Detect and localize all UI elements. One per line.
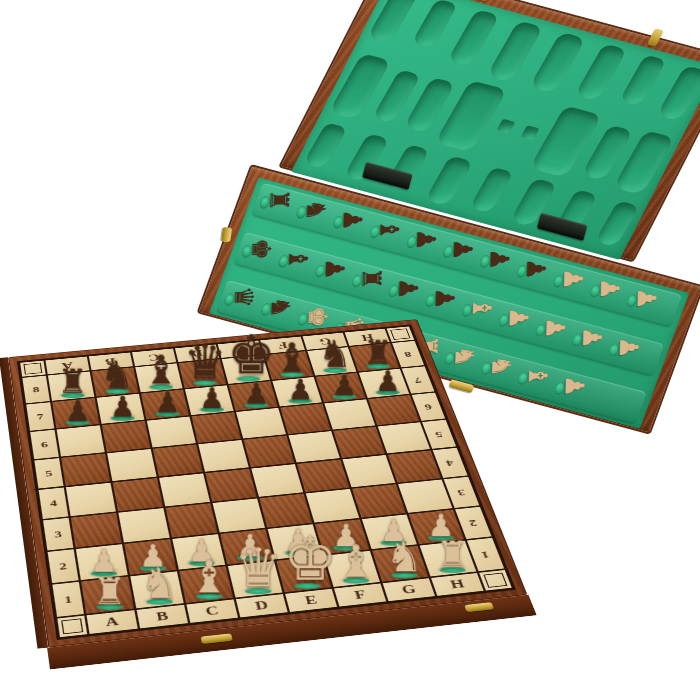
coord-label: 8 bbox=[32, 384, 40, 395]
piece-glyph: ♟ bbox=[322, 257, 348, 280]
lid-piece-slot bbox=[303, 122, 348, 169]
square-e7: ♟ bbox=[228, 380, 279, 411]
square-e1: ♚ bbox=[275, 555, 333, 593]
black-pawn-f7: ♟ bbox=[279, 375, 322, 403]
coord-file-d-near: D bbox=[235, 593, 290, 618]
light-piece-lying: ♟ bbox=[605, 331, 649, 369]
coord-label: B bbox=[155, 609, 169, 624]
light-piece-lying: ♟ bbox=[623, 282, 667, 320]
square-a1: ♜ bbox=[80, 576, 135, 615]
piece-glyph: ♟ bbox=[505, 306, 531, 329]
square-e6 bbox=[235, 407, 287, 439]
piece-glyph: ♜ bbox=[266, 189, 292, 212]
white-king-e1: ♚ bbox=[283, 529, 330, 589]
coord-label: 3 bbox=[456, 486, 467, 498]
lid-piece-slot bbox=[529, 32, 586, 94]
square-f7: ♟ bbox=[271, 376, 323, 407]
lid-piece-slot bbox=[594, 200, 639, 247]
board-corner bbox=[56, 615, 88, 638]
black-bishop-c8: ♝ bbox=[140, 350, 182, 389]
white-rook-h1: ♜ bbox=[429, 536, 476, 573]
white-bishop-c1: ♝ bbox=[185, 555, 233, 599]
lid-piece-slot bbox=[469, 167, 514, 214]
lid-felt-nub bbox=[496, 118, 515, 133]
coord-label: 6 bbox=[40, 439, 49, 450]
coord-label: 3 bbox=[54, 528, 63, 540]
square-b1: ♞ bbox=[129, 570, 185, 609]
square-e4 bbox=[250, 463, 304, 497]
piece-glyph: ♛ bbox=[231, 286, 257, 309]
square-d1: ♛ bbox=[227, 560, 284, 598]
black-pawn-e7: ♟ bbox=[235, 380, 278, 408]
black-pawn-b7: ♟ bbox=[101, 392, 144, 420]
coord-label: E bbox=[303, 593, 318, 608]
piece-glyph: ♟ bbox=[579, 326, 605, 349]
piece-glyph: ♜ bbox=[359, 267, 385, 290]
piece-glyph: ♟ bbox=[597, 277, 623, 300]
coord-label: 1 bbox=[63, 593, 72, 606]
lid-hook-latch-right bbox=[647, 28, 664, 47]
piece-glyph: ♟ bbox=[560, 267, 586, 290]
square-b6 bbox=[101, 420, 152, 453]
piece-glyph: ♟ bbox=[450, 238, 476, 261]
black-pawn-a7: ♟ bbox=[56, 397, 99, 425]
coord-file-b-near: B bbox=[135, 604, 189, 629]
lid-piece-slot bbox=[424, 155, 473, 206]
square-g6 bbox=[323, 399, 376, 431]
piece-glyph: ♟ bbox=[561, 374, 587, 397]
piece-glyph: ♚ bbox=[304, 305, 330, 328]
coord-label: G bbox=[400, 582, 418, 597]
square-b4 bbox=[111, 477, 164, 512]
coord-label: 1 bbox=[480, 548, 492, 561]
lid-piece-slot bbox=[411, 0, 458, 49]
square-d4 bbox=[204, 468, 258, 502]
black-pawn-c7: ♟ bbox=[146, 388, 189, 416]
tray-side-clasp bbox=[221, 227, 232, 242]
lid-piece-slot bbox=[574, 43, 627, 101]
piece-glyph: ♚ bbox=[249, 237, 275, 260]
square-d6 bbox=[190, 411, 242, 443]
coord-file-h-near: H bbox=[430, 572, 485, 597]
black-rook-h8: ♜ bbox=[357, 336, 399, 369]
piece-glyph: ♞ bbox=[451, 345, 477, 368]
black-pawn-h7: ♟ bbox=[367, 367, 409, 395]
coord-label: 2 bbox=[467, 517, 479, 529]
lid-piece-slot bbox=[619, 54, 667, 106]
square-c6 bbox=[146, 416, 197, 448]
board-scene: ABCDEFGH8♜♞♝♛♚♝♞♜87♟♟♟♟♟♟♟♟7665544332♟♟♟… bbox=[8, 338, 422, 700]
board-clasp-right bbox=[464, 602, 494, 612]
black-knight-g8: ♞ bbox=[314, 336, 356, 373]
piece-glyph: ♞ bbox=[303, 198, 329, 221]
coord-label: 6 bbox=[423, 401, 434, 412]
white-rook-a1: ♜ bbox=[86, 573, 134, 610]
white-knight-g1: ♞ bbox=[381, 537, 428, 578]
coord-file-a-near: A bbox=[85, 609, 139, 635]
lid-felt-nub bbox=[520, 125, 539, 140]
white-bishop-f1: ♝ bbox=[332, 540, 379, 584]
lid-hook-latch-left bbox=[478, 0, 495, 2]
piece-glyph: ♝ bbox=[376, 218, 402, 241]
lid-piece-slot bbox=[656, 65, 700, 121]
black-bishop-f8: ♝ bbox=[271, 338, 313, 377]
lid-piece-slot bbox=[446, 9, 499, 67]
board-clasp-left bbox=[201, 633, 233, 644]
piece-glyph: ♞ bbox=[488, 355, 514, 378]
coord-label: 5 bbox=[44, 467, 53, 479]
piece-glyph: ♟ bbox=[616, 335, 642, 358]
piece-glyph: ♝ bbox=[469, 296, 495, 319]
coord-file-g-near: G bbox=[381, 577, 436, 602]
piece-glyph: ♟ bbox=[486, 248, 512, 271]
square-h7: ♟ bbox=[358, 368, 411, 399]
board-corner bbox=[478, 569, 513, 591]
piece-glyph: ♝ bbox=[285, 247, 311, 270]
piece-glyph: ♟ bbox=[413, 228, 439, 251]
piece-glyph: ♟ bbox=[542, 316, 568, 339]
coord-label: 2 bbox=[58, 560, 67, 573]
square-c1: ♝ bbox=[178, 565, 235, 604]
piece-glyph: ♝ bbox=[524, 364, 550, 387]
black-knight-b8: ♞ bbox=[96, 357, 138, 394]
piece-glyph: ♟ bbox=[523, 257, 549, 280]
white-queen-d1: ♛ bbox=[234, 541, 282, 594]
coord-file-f-near: F bbox=[333, 583, 388, 608]
lid-piece-slot bbox=[367, 0, 419, 44]
square-c4 bbox=[158, 473, 211, 508]
black-king-e8: ♚ bbox=[227, 328, 269, 381]
coord-label: 4 bbox=[444, 457, 455, 468]
coord-label: 5 bbox=[434, 429, 445, 440]
black-pawn-d7: ♟ bbox=[190, 384, 233, 412]
light-piece-lying: ♟ bbox=[551, 370, 595, 408]
black-rook-a8: ♜ bbox=[52, 365, 95, 398]
coord-label: 4 bbox=[49, 497, 58, 509]
square-a4 bbox=[65, 482, 117, 517]
piece-glyph: ♟ bbox=[340, 208, 366, 231]
coord-label: F bbox=[353, 588, 368, 602]
square-c7: ♟ bbox=[140, 389, 191, 420]
square-a6 bbox=[55, 425, 105, 458]
square-g1: ♞ bbox=[371, 545, 430, 583]
black-queen-d8: ♛ bbox=[184, 338, 226, 385]
coord-file-c-near: C bbox=[185, 598, 239, 623]
coord-label: 8 bbox=[403, 349, 413, 359]
square-g7: ♟ bbox=[314, 372, 366, 403]
coord-file-e-near: E bbox=[284, 588, 339, 613]
coord-label: D bbox=[254, 598, 270, 613]
piece-glyph: ♟ bbox=[395, 276, 421, 299]
coord-label: H bbox=[448, 577, 466, 592]
coord-label: C bbox=[204, 604, 220, 619]
square-h6 bbox=[367, 394, 421, 426]
piece-glyph: ♟ bbox=[432, 286, 458, 309]
white-knight-b1: ♞ bbox=[136, 563, 184, 605]
lid-piece-slot bbox=[486, 20, 543, 82]
piece-glyph: ♟ bbox=[633, 287, 659, 310]
coord-label: A bbox=[105, 614, 120, 629]
product-photo: ♜♞♟♝♟♟♟♟♟♟♟♚♝♟♜♟♟♝♟♟♟♟♛♞♚♛♜♜♞♞♝♟ ABCDEFG… bbox=[0, 0, 700, 700]
piece-glyph: ♞ bbox=[268, 296, 294, 319]
coord-label: 7 bbox=[36, 411, 44, 422]
black-pawn-g7: ♟ bbox=[323, 371, 366, 399]
coord-label: 7 bbox=[413, 375, 423, 385]
